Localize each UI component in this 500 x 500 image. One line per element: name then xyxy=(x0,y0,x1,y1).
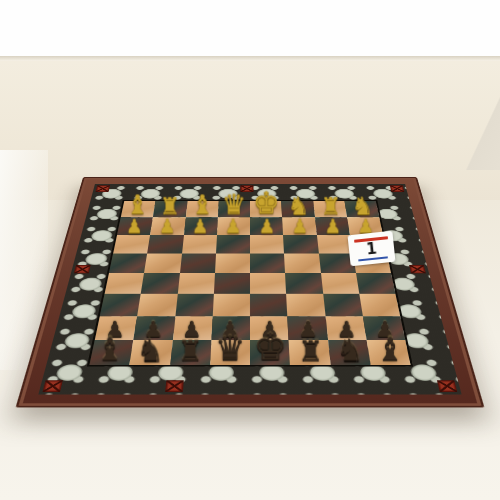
square-d5[interactable] xyxy=(215,253,250,273)
bronze-king-e1[interactable]: ♚ xyxy=(253,328,287,365)
auction-lot-sticker[interactable]: 1 xyxy=(348,231,396,267)
wall-corner-edge xyxy=(430,50,500,170)
square-a7[interactable]: ♟ xyxy=(117,217,153,234)
gold-king-e8[interactable]: ♚ xyxy=(253,188,280,218)
red-edge-tile xyxy=(166,380,185,392)
square-f7[interactable]: ♟ xyxy=(282,217,316,234)
square-a6[interactable] xyxy=(113,235,150,253)
bronze-bishop-h1[interactable]: ♝ xyxy=(376,333,404,365)
square-h1[interactable]: ♝ xyxy=(366,340,410,365)
square-g1[interactable]: ♞ xyxy=(328,340,371,365)
mosaic-border: ♝♜♝♛♚♞♜♞♟♟♟♟♟♟♟♟♟♟♟♟♟♟♟♟♝♞♜♛♚♜♞♝ xyxy=(38,184,461,394)
square-d1[interactable]: ♛ xyxy=(210,340,250,365)
square-e6[interactable] xyxy=(250,235,284,253)
square-e7[interactable]: ♟ xyxy=(250,217,283,234)
square-h3[interactable] xyxy=(359,294,400,316)
square-b1[interactable]: ♞ xyxy=(130,340,173,365)
square-a1[interactable]: ♝ xyxy=(89,340,133,365)
red-edge-tile xyxy=(409,265,426,274)
gold-pawn-e7[interactable]: ♟ xyxy=(258,216,275,235)
square-g7[interactable]: ♟ xyxy=(315,217,350,234)
bronze-knight-b1[interactable]: ♞ xyxy=(136,335,163,366)
red-edge-tile xyxy=(241,185,254,192)
square-a4[interactable] xyxy=(105,273,145,294)
square-c1[interactable]: ♜ xyxy=(170,340,211,365)
square-g3[interactable] xyxy=(323,294,363,316)
square-e4[interactable] xyxy=(250,273,286,294)
square-g4[interactable] xyxy=(321,273,360,294)
square-c5[interactable] xyxy=(180,253,216,273)
square-b4[interactable] xyxy=(141,273,180,294)
square-b7[interactable]: ♟ xyxy=(150,217,185,234)
bronze-bishop-a1[interactable]: ♝ xyxy=(96,333,124,365)
square-f1[interactable]: ♜ xyxy=(289,340,330,365)
square-b6[interactable] xyxy=(147,235,183,253)
lot-number: 1 xyxy=(366,241,378,257)
square-h4[interactable] xyxy=(356,273,396,294)
square-d3[interactable] xyxy=(212,294,250,316)
square-f4[interactable] xyxy=(285,273,322,294)
square-c4[interactable] xyxy=(177,273,214,294)
square-c7[interactable]: ♟ xyxy=(184,217,218,234)
square-f6[interactable] xyxy=(283,235,318,253)
bronze-knight-g1[interactable]: ♞ xyxy=(336,335,363,366)
square-c3[interactable] xyxy=(175,294,214,316)
gold-pawn-a7[interactable]: ♟ xyxy=(126,216,143,235)
square-d7[interactable]: ♟ xyxy=(217,217,250,234)
square-e3[interactable] xyxy=(250,294,288,316)
chessboard-assembly: ♝♜♝♛♚♞♜♞♟♟♟♟♟♟♟♟♟♟♟♟♟♟♟♟♝♞♜♛♚♜♞♝ xyxy=(16,177,485,407)
gold-pawn-f7[interactable]: ♟ xyxy=(291,216,308,235)
wall-top-white xyxy=(0,0,500,56)
red-corner-tile xyxy=(390,185,405,192)
square-d4[interactable] xyxy=(214,273,250,294)
square-e1[interactable]: ♚ xyxy=(250,340,290,365)
mahogany-frame: ♝♜♝♛♚♞♜♞♟♟♟♟♟♟♟♟♟♟♟♟♟♟♟♟♝♞♜♛♚♜♞♝ xyxy=(16,177,485,407)
square-b3[interactable] xyxy=(137,294,177,316)
bronze-rook-f1[interactable]: ♜ xyxy=(297,337,322,365)
gold-pawn-g7[interactable]: ♟ xyxy=(324,216,341,235)
red-corner-tile xyxy=(43,380,64,392)
photo-stage: ♝♜♝♛♚♞♜♞♟♟♟♟♟♟♟♟♟♟♟♟♟♟♟♟♝♞♜♛♚♜♞♝ 1 xyxy=(0,0,500,500)
bronze-rook-c1[interactable]: ♜ xyxy=(177,337,202,365)
red-corner-tile xyxy=(437,380,458,392)
square-b5[interactable] xyxy=(144,253,181,273)
square-c6[interactable] xyxy=(182,235,217,253)
square-f3[interactable] xyxy=(286,294,325,316)
square-f5[interactable] xyxy=(284,253,320,273)
gold-pawn-b7[interactable]: ♟ xyxy=(159,216,176,235)
square-a5[interactable] xyxy=(109,253,147,273)
square-d6[interactable] xyxy=(216,235,250,253)
square-e5[interactable] xyxy=(250,253,285,273)
red-corner-tile xyxy=(95,185,110,192)
red-edge-tile xyxy=(74,265,91,274)
gold-pawn-c7[interactable]: ♟ xyxy=(192,216,209,235)
bronze-queen-d1[interactable]: ♛ xyxy=(215,331,246,365)
chess-board-grid: ♝♜♝♛♚♞♜♞♟♟♟♟♟♟♟♟♟♟♟♟♟♟♟♟♝♞♜♛♚♜♞♝ xyxy=(89,201,410,365)
gold-pawn-d7[interactable]: ♟ xyxy=(225,216,242,235)
square-a3[interactable] xyxy=(100,294,141,316)
